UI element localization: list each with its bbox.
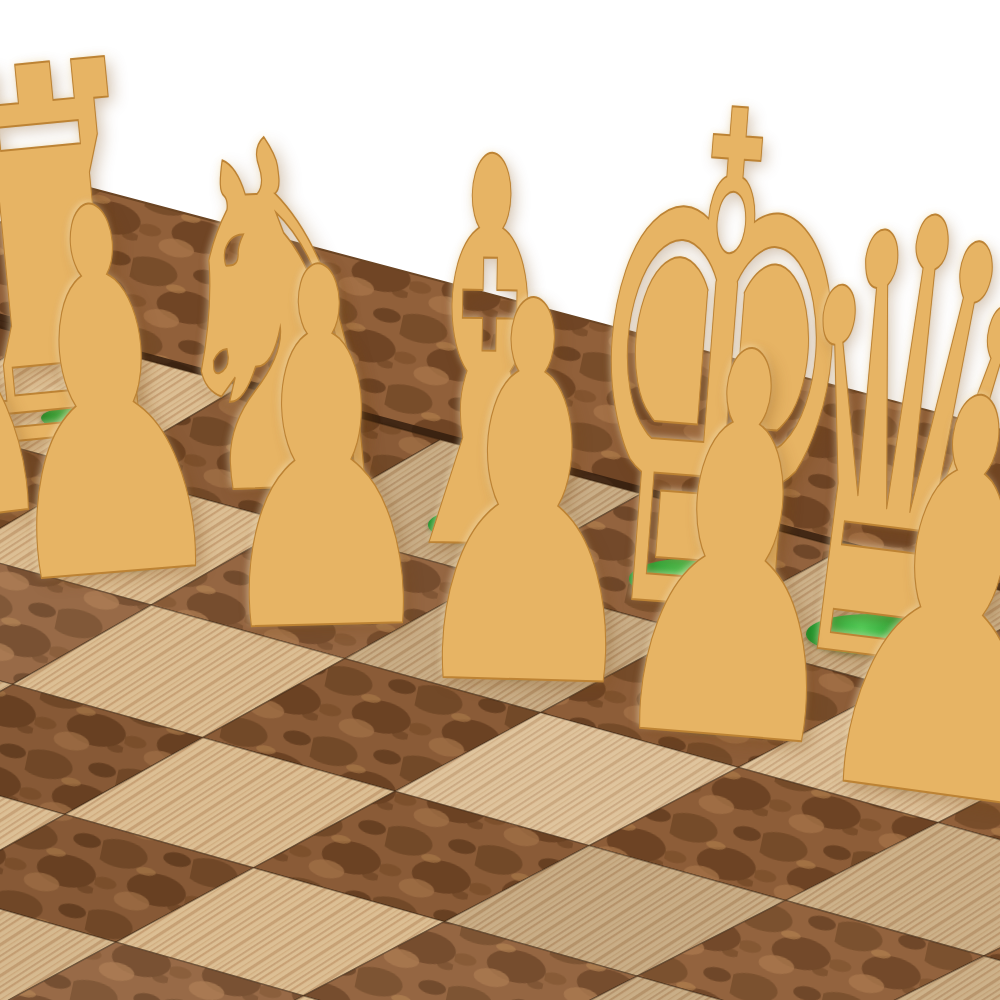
product-photo: ♜♞♟♝♟♚♟♛♟♟♟ — [0, 0, 1000, 1000]
chess-board — [0, 0, 1000, 1000]
